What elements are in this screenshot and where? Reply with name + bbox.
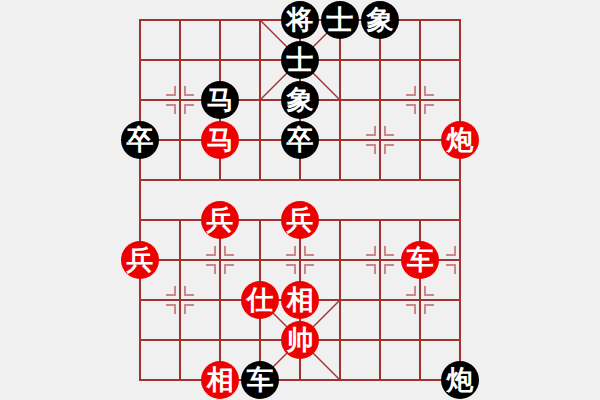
point-marker — [424, 286, 434, 296]
point-marker — [406, 286, 416, 296]
app-background: 将士象士马象卒马卒炮兵兵兵车仕相帅相车炮 — [0, 0, 600, 400]
piece-red-cannon[interactable]: 炮 — [441, 121, 479, 159]
point-marker — [166, 104, 176, 114]
point-marker — [424, 104, 434, 114]
piece-red-elephant-1[interactable]: 相 — [281, 281, 319, 319]
piece-red-soldier-1[interactable]: 兵 — [201, 201, 239, 239]
point-marker — [184, 304, 194, 314]
piece-red-general[interactable]: 帅 — [281, 321, 319, 359]
piece-red-horse[interactable]: 马 — [201, 121, 239, 159]
point-marker — [184, 104, 194, 114]
point-marker — [184, 286, 194, 296]
point-marker — [166, 304, 176, 314]
xiangqi-board[interactable]: 将士象士马象卒马卒炮兵兵兵车仕相帅相车炮 — [140, 20, 460, 380]
piece-red-advisor[interactable]: 仕 — [241, 281, 279, 319]
point-marker — [384, 144, 394, 154]
point-marker — [406, 304, 416, 314]
piece-black-chariot[interactable]: 车 — [241, 361, 279, 399]
point-marker — [384, 126, 394, 136]
piece-black-horse[interactable]: 马 — [201, 81, 239, 119]
point-marker — [304, 264, 314, 274]
piece-black-cannon[interactable]: 炮 — [441, 361, 479, 399]
point-marker — [384, 264, 394, 274]
point-marker — [304, 246, 314, 256]
piece-black-general[interactable]: 将 — [281, 1, 319, 39]
point-marker — [406, 104, 416, 114]
point-marker — [166, 86, 176, 96]
point-marker — [406, 86, 416, 96]
point-marker — [286, 246, 296, 256]
piece-red-soldier-2[interactable]: 兵 — [281, 201, 319, 239]
point-marker — [424, 304, 434, 314]
piece-black-elephant-1[interactable]: 象 — [361, 1, 399, 39]
piece-black-soldier-2[interactable]: 卒 — [281, 121, 319, 159]
piece-black-advisor-2[interactable]: 士 — [281, 41, 319, 79]
piece-black-soldier-1[interactable]: 卒 — [121, 121, 159, 159]
point-marker — [366, 246, 376, 256]
point-marker — [206, 264, 216, 274]
piece-red-elephant-2[interactable]: 相 — [201, 361, 239, 399]
point-marker — [366, 144, 376, 154]
point-marker — [384, 246, 394, 256]
point-marker — [206, 246, 216, 256]
piece-red-soldier-3[interactable]: 兵 — [121, 241, 159, 279]
point-marker — [446, 246, 456, 256]
point-marker — [166, 286, 176, 296]
point-marker — [446, 264, 456, 274]
point-marker — [366, 264, 376, 274]
piece-black-advisor-1[interactable]: 士 — [321, 1, 359, 39]
point-marker — [424, 86, 434, 96]
point-marker — [224, 264, 234, 274]
point-marker — [184, 86, 194, 96]
piece-red-chariot[interactable]: 车 — [401, 241, 439, 279]
piece-black-elephant-2[interactable]: 象 — [281, 81, 319, 119]
point-marker — [224, 246, 234, 256]
point-marker — [366, 126, 376, 136]
point-marker — [286, 264, 296, 274]
